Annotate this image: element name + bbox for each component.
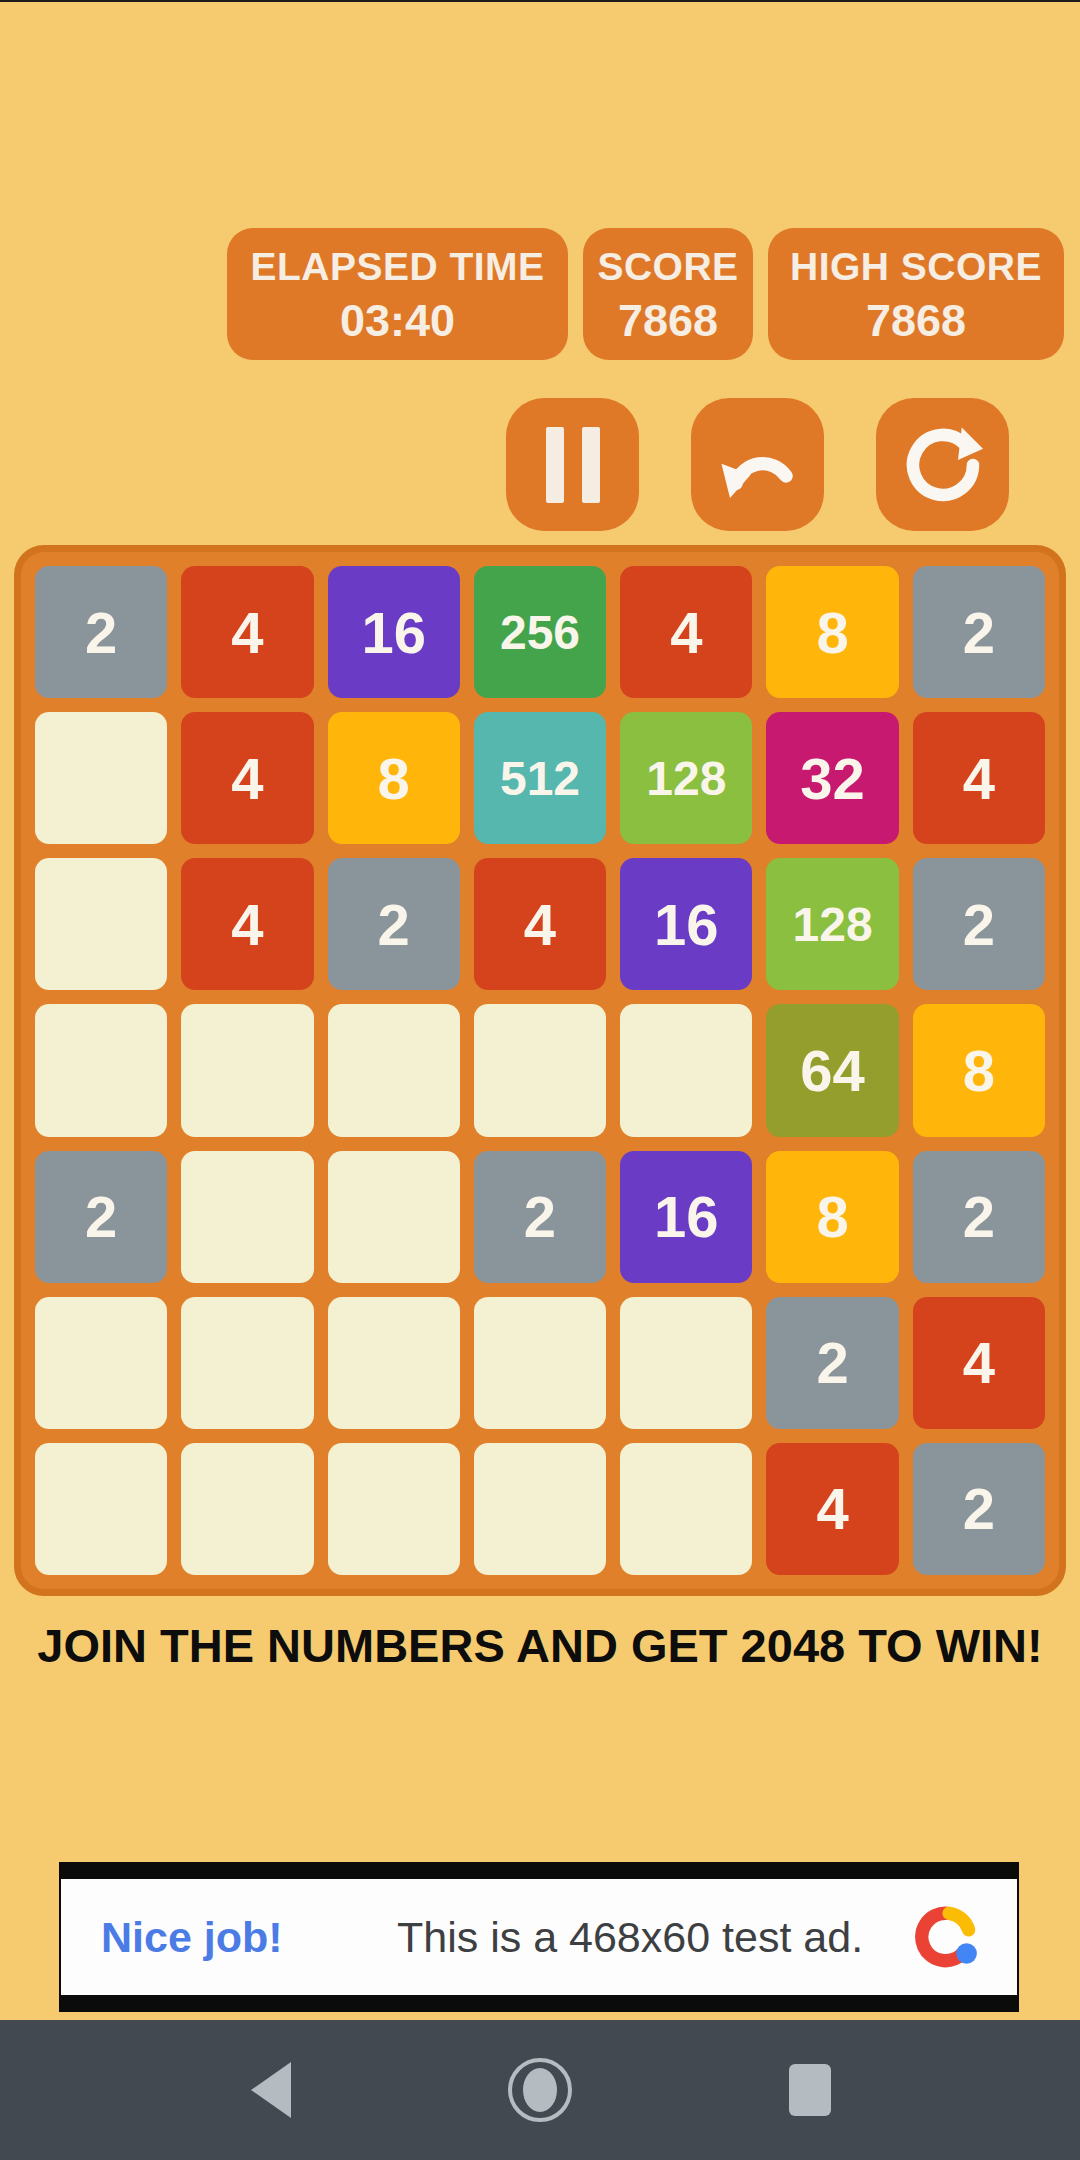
empty-cell — [181, 1297, 313, 1429]
tile-2: 2 — [913, 858, 1045, 990]
home-icon — [507, 2057, 573, 2123]
tile-2: 2 — [913, 1443, 1045, 1575]
empty-cell — [181, 1151, 313, 1283]
tile-128: 128 — [620, 712, 752, 844]
high-score-value: 7868 — [866, 295, 966, 347]
tile-4: 4 — [181, 566, 313, 698]
pause-icon — [546, 427, 600, 503]
restart-button[interactable] — [876, 398, 1009, 531]
pause-button[interactable] — [506, 398, 639, 531]
restart-icon — [903, 425, 983, 505]
high-score-badge: HIGH SCORE 7868 — [768, 228, 1064, 360]
tile-4: 4 — [181, 858, 313, 990]
empty-cell — [474, 1004, 606, 1136]
ad-banner[interactable]: Nice job! This is a 468x60 test ad. — [59, 1862, 1019, 2012]
nav-recents-button[interactable] — [775, 2055, 845, 2125]
empty-cell — [328, 1297, 460, 1429]
empty-cell — [35, 858, 167, 990]
undo-button[interactable] — [691, 398, 824, 531]
score-value: 7868 — [618, 295, 718, 347]
tile-16: 16 — [620, 858, 752, 990]
recents-icon — [787, 2062, 833, 2118]
tile-2: 2 — [35, 566, 167, 698]
back-icon — [245, 2060, 295, 2120]
android-nav-bar — [0, 2020, 1080, 2160]
tile-128: 128 — [766, 858, 898, 990]
ad-content: Nice job! This is a 468x60 test ad. — [61, 1879, 1017, 1995]
empty-cell — [474, 1443, 606, 1575]
tile-8: 8 — [766, 1151, 898, 1283]
tile-16: 16 — [328, 566, 460, 698]
nav-back-button[interactable] — [235, 2055, 305, 2125]
admob-logo-icon — [915, 1904, 981, 1970]
tile-2: 2 — [913, 1151, 1045, 1283]
tile-512: 512 — [474, 712, 606, 844]
empty-cell — [35, 1004, 167, 1136]
tile-64: 64 — [766, 1004, 898, 1136]
stats-row: ELAPSED TIME 03:40 SCORE 7868 HIGH SCORE… — [227, 228, 1064, 360]
tile-4: 4 — [181, 712, 313, 844]
empty-cell — [474, 1297, 606, 1429]
status-bar-line — [0, 0, 1080, 2]
elapsed-time-label: ELAPSED TIME — [250, 245, 544, 289]
empty-cell — [328, 1004, 460, 1136]
empty-cell — [328, 1151, 460, 1283]
nav-home-button[interactable] — [505, 2055, 575, 2125]
tile-4: 4 — [620, 566, 752, 698]
tile-4: 4 — [474, 858, 606, 990]
board[interactable]: 2416256482485121283244241612826482216822… — [14, 545, 1066, 1596]
tile-8: 8 — [913, 1004, 1045, 1136]
tagline: JOIN THE NUMBERS AND GET 2048 TO WIN! — [0, 1618, 1080, 1673]
empty-cell — [35, 712, 167, 844]
high-score-label: HIGH SCORE — [790, 245, 1042, 289]
elapsed-time-badge: ELAPSED TIME 03:40 — [227, 228, 568, 360]
undo-icon — [719, 426, 797, 504]
tile-8: 8 — [328, 712, 460, 844]
empty-cell — [620, 1297, 752, 1429]
controls-row — [506, 398, 1009, 531]
empty-cell — [181, 1443, 313, 1575]
tile-16: 16 — [620, 1151, 752, 1283]
empty-cell — [181, 1004, 313, 1136]
empty-cell — [328, 1443, 460, 1575]
empty-cell — [35, 1297, 167, 1429]
tile-2: 2 — [766, 1297, 898, 1429]
empty-cell — [620, 1443, 752, 1575]
ad-sponsor-link[interactable]: Nice job! — [101, 1913, 283, 1962]
tile-2: 2 — [35, 1151, 167, 1283]
empty-cell — [620, 1004, 752, 1136]
tile-4: 4 — [913, 1297, 1045, 1429]
ad-text: This is a 468x60 test ad. — [397, 1913, 863, 1962]
tile-2: 2 — [913, 566, 1045, 698]
tile-8: 8 — [766, 566, 898, 698]
tile-4: 4 — [913, 712, 1045, 844]
score-label: SCORE — [597, 245, 738, 289]
tile-2: 2 — [474, 1151, 606, 1283]
tile-256: 256 — [474, 566, 606, 698]
tile-32: 32 — [766, 712, 898, 844]
empty-cell — [35, 1443, 167, 1575]
elapsed-time-value: 03:40 — [340, 295, 455, 347]
tile-4: 4 — [766, 1443, 898, 1575]
tile-2: 2 — [328, 858, 460, 990]
score-badge: SCORE 7868 — [583, 228, 753, 360]
